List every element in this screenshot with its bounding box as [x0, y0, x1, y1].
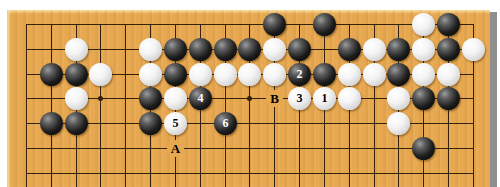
white-stone[interactable]: [263, 63, 286, 86]
white-stone[interactable]: [363, 63, 386, 86]
black-stone[interactable]: [412, 87, 435, 110]
stone-move-number: 6: [223, 112, 229, 135]
black-stone[interactable]: [164, 38, 187, 61]
white-stone[interactable]: [338, 63, 361, 86]
board-letter-label: B: [266, 90, 283, 107]
black-stone[interactable]: [214, 38, 237, 61]
black-stone[interactable]: [387, 63, 410, 86]
black-stone[interactable]: [139, 87, 162, 110]
white-stone[interactable]: [89, 63, 112, 86]
black-stone[interactable]: [288, 38, 311, 61]
white-stone[interactable]: [65, 38, 88, 61]
black-stone[interactable]: 4: [189, 87, 212, 110]
white-stone[interactable]: [139, 63, 162, 86]
black-stone[interactable]: [40, 63, 63, 86]
stone-move-number: 2: [297, 63, 303, 86]
black-stone[interactable]: [164, 63, 187, 86]
black-stone[interactable]: [40, 112, 63, 135]
black-stone[interactable]: [238, 38, 261, 61]
black-stone[interactable]: [338, 38, 361, 61]
black-stone[interactable]: [189, 38, 212, 61]
white-stone[interactable]: [164, 87, 187, 110]
star-point: [247, 96, 252, 101]
white-stone[interactable]: [387, 87, 410, 110]
stone-move-number: 5: [173, 112, 179, 135]
grid-line-horizontal: [26, 24, 474, 25]
black-stone[interactable]: [437, 38, 460, 61]
black-stone[interactable]: [65, 112, 88, 135]
white-stone[interactable]: 1: [313, 87, 336, 110]
grid-line-horizontal: [26, 148, 474, 149]
black-stone[interactable]: [437, 13, 460, 36]
board-shadow: [490, 12, 497, 187]
white-stone[interactable]: [412, 63, 435, 86]
stone-move-number: 3: [297, 87, 303, 110]
white-stone[interactable]: [65, 87, 88, 110]
black-stone[interactable]: [313, 63, 336, 86]
black-stone[interactable]: [263, 13, 286, 36]
black-stone[interactable]: [139, 112, 162, 135]
star-point: [98, 96, 103, 101]
black-stone[interactable]: 2: [288, 63, 311, 86]
white-stone[interactable]: 3: [288, 87, 311, 110]
white-stone[interactable]: [462, 38, 485, 61]
white-stone[interactable]: [263, 38, 286, 61]
white-stone[interactable]: [338, 87, 361, 110]
black-stone[interactable]: [65, 63, 88, 86]
white-stone[interactable]: [214, 63, 237, 86]
black-stone[interactable]: 6: [214, 112, 237, 135]
black-stone[interactable]: [437, 87, 460, 110]
white-stone[interactable]: [363, 38, 386, 61]
white-stone[interactable]: [437, 63, 460, 86]
board-letter-label: A: [167, 140, 184, 157]
board-overlay: 243156AB: [0, 0, 500, 187]
go-diagram: 243156AB: [0, 0, 500, 187]
black-stone[interactable]: [313, 13, 336, 36]
white-stone[interactable]: 5: [164, 112, 187, 135]
grid-line-horizontal: [26, 173, 474, 174]
white-stone[interactable]: [238, 63, 261, 86]
stone-move-number: 4: [198, 87, 204, 110]
black-stone[interactable]: [387, 38, 410, 61]
stone-move-number: 1: [322, 87, 328, 110]
white-stone[interactable]: [412, 13, 435, 36]
white-stone[interactable]: [189, 63, 212, 86]
white-stone[interactable]: [412, 38, 435, 61]
black-stone[interactable]: [412, 137, 435, 160]
white-stone[interactable]: [139, 38, 162, 61]
white-stone[interactable]: [387, 112, 410, 135]
